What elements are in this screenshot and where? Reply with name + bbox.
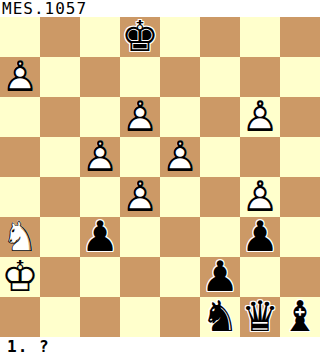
- square-g4[interactable]: ♟♙: [240, 177, 280, 217]
- piece-black-pawn-f2[interactable]: ♟: [200, 257, 240, 297]
- piece-white-king-a2[interactable]: ♚♔: [0, 257, 40, 297]
- square-e6[interactable]: [160, 97, 200, 137]
- square-f7[interactable]: [200, 57, 240, 97]
- square-b3[interactable]: [40, 217, 80, 257]
- square-h6[interactable]: [280, 97, 320, 137]
- piece-black-pawn-g3[interactable]: ♟: [240, 217, 280, 257]
- square-b8[interactable]: [40, 17, 80, 57]
- chess-board: ♚♟♙♟♙♟♙♟♙♟♙♟♙♟♙♞♘♟♟♚♔♟♞♛♝: [0, 17, 320, 337]
- square-e4[interactable]: [160, 177, 200, 217]
- square-e8[interactable]: [160, 17, 200, 57]
- square-g3[interactable]: ♟: [240, 217, 280, 257]
- square-b7[interactable]: [40, 57, 80, 97]
- piece-white-pawn-g6[interactable]: ♟♙: [240, 97, 280, 137]
- square-g7[interactable]: [240, 57, 280, 97]
- pawn-glyph-outline: ♙: [160, 137, 200, 177]
- square-g8[interactable]: [240, 17, 280, 57]
- square-f3[interactable]: [200, 217, 240, 257]
- pawn-glyph-outline: ♙: [120, 97, 160, 137]
- square-d4[interactable]: ♟♙: [120, 177, 160, 217]
- square-d6[interactable]: ♟♙: [120, 97, 160, 137]
- square-a3[interactable]: ♞♘: [0, 217, 40, 257]
- square-d8[interactable]: ♚: [120, 17, 160, 57]
- square-b1[interactable]: [40, 297, 80, 337]
- square-a4[interactable]: [0, 177, 40, 217]
- piece-black-pawn-c3[interactable]: ♟: [80, 217, 120, 257]
- square-f4[interactable]: [200, 177, 240, 217]
- square-d7[interactable]: [120, 57, 160, 97]
- square-g5[interactable]: [240, 137, 280, 177]
- square-d5[interactable]: [120, 137, 160, 177]
- piece-black-knight-f1[interactable]: ♞: [200, 297, 240, 337]
- square-f1[interactable]: ♞: [200, 297, 240, 337]
- pawn-glyph-outline: ♙: [120, 177, 160, 217]
- piece-black-king-d8[interactable]: ♚: [120, 17, 160, 57]
- square-a8[interactable]: [0, 17, 40, 57]
- square-b4[interactable]: [40, 177, 80, 217]
- square-a1[interactable]: [0, 297, 40, 337]
- square-g2[interactable]: [240, 257, 280, 297]
- pawn-glyph-outline: ♙: [240, 97, 280, 137]
- square-b6[interactable]: [40, 97, 80, 137]
- piece-black-bishop-h1[interactable]: ♝: [280, 297, 320, 337]
- square-b2[interactable]: [40, 257, 80, 297]
- square-f6[interactable]: [200, 97, 240, 137]
- piece-black-queen-g1[interactable]: ♛: [240, 297, 280, 337]
- square-g1[interactable]: ♛: [240, 297, 280, 337]
- square-c5[interactable]: ♟♙: [80, 137, 120, 177]
- move-prompt: 1. ?: [7, 338, 50, 356]
- square-d3[interactable]: [120, 217, 160, 257]
- piece-white-pawn-d6[interactable]: ♟♙: [120, 97, 160, 137]
- square-c8[interactable]: [80, 17, 120, 57]
- square-e5[interactable]: ♟♙: [160, 137, 200, 177]
- square-b5[interactable]: [40, 137, 80, 177]
- square-e1[interactable]: [160, 297, 200, 337]
- square-a2[interactable]: ♚♔: [0, 257, 40, 297]
- square-d2[interactable]: [120, 257, 160, 297]
- square-a5[interactable]: [0, 137, 40, 177]
- pawn-glyph-outline: ♙: [240, 177, 280, 217]
- square-e7[interactable]: [160, 57, 200, 97]
- square-h8[interactable]: [280, 17, 320, 57]
- knight-glyph-outline: ♘: [0, 217, 40, 257]
- square-f5[interactable]: [200, 137, 240, 177]
- diagram-title: MES.1057: [2, 0, 87, 17]
- square-h3[interactable]: [280, 217, 320, 257]
- piece-white-pawn-e5[interactable]: ♟♙: [160, 137, 200, 177]
- pawn-glyph-outline: ♙: [80, 137, 120, 177]
- square-h4[interactable]: [280, 177, 320, 217]
- square-h5[interactable]: [280, 137, 320, 177]
- piece-white-pawn-c5[interactable]: ♟♙: [80, 137, 120, 177]
- square-c7[interactable]: [80, 57, 120, 97]
- square-c6[interactable]: [80, 97, 120, 137]
- square-a6[interactable]: [0, 97, 40, 137]
- square-c1[interactable]: [80, 297, 120, 337]
- square-h7[interactable]: [280, 57, 320, 97]
- piece-white-pawn-d4[interactable]: ♟♙: [120, 177, 160, 217]
- square-g6[interactable]: ♟♙: [240, 97, 280, 137]
- king-glyph-outline: ♔: [0, 257, 40, 297]
- piece-white-pawn-g4[interactable]: ♟♙: [240, 177, 280, 217]
- square-c4[interactable]: [80, 177, 120, 217]
- square-f2[interactable]: ♟: [200, 257, 240, 297]
- square-c2[interactable]: [80, 257, 120, 297]
- square-h2[interactable]: [280, 257, 320, 297]
- pawn-glyph-outline: ♙: [0, 57, 40, 97]
- square-f8[interactable]: [200, 17, 240, 57]
- square-c3[interactable]: ♟: [80, 217, 120, 257]
- square-h1[interactable]: ♝: [280, 297, 320, 337]
- square-e3[interactable]: [160, 217, 200, 257]
- piece-white-pawn-a7[interactable]: ♟♙: [0, 57, 40, 97]
- square-e2[interactable]: [160, 257, 200, 297]
- square-a7[interactable]: ♟♙: [0, 57, 40, 97]
- square-d1[interactable]: [120, 297, 160, 337]
- piece-white-knight-a3[interactable]: ♞♘: [0, 217, 40, 257]
